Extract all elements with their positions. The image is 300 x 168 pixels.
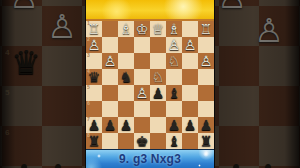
square-f8[interactable]	[118, 133, 134, 149]
square-a5[interactable]	[198, 85, 214, 101]
square-c5[interactable]: ♝	[166, 85, 182, 101]
white-pawn-piece[interactable]: ♙	[102, 53, 118, 69]
square-c6[interactable]	[166, 101, 182, 117]
square-g2[interactable]	[102, 37, 118, 53]
black-bishop-piece[interactable]: ♝	[166, 85, 182, 101]
sparkle-dot	[203, 151, 209, 157]
square-f2[interactable]	[118, 37, 134, 53]
square-g3[interactable]: ♙	[102, 53, 118, 69]
square-e4[interactable]	[134, 69, 150, 85]
top-ad-banner[interactable]	[86, 0, 214, 21]
square-a7[interactable]: ♟	[198, 117, 214, 133]
right-blur-panel: ♙♙♟♟	[214, 0, 300, 168]
square-f5[interactable]	[118, 85, 134, 101]
right-vignette	[215, 0, 300, 168]
black-pawn-piece[interactable]: ♟	[198, 117, 214, 133]
white-pawn-piece[interactable]: ♙	[134, 85, 150, 101]
rank-label: 7	[87, 116, 90, 122]
black-pawn-piece[interactable]: ♟	[102, 117, 118, 133]
square-f3[interactable]	[118, 53, 134, 69]
sparkle-dot	[97, 154, 101, 158]
black-pawn-piece[interactable]: ♟	[118, 117, 134, 133]
square-a4[interactable]	[198, 69, 214, 85]
white-bishop-piece[interactable]: ♗	[118, 21, 134, 37]
white-knight-piece[interactable]: ♘	[150, 69, 166, 85]
square-e1[interactable]: ♔	[134, 21, 150, 37]
black-pawn-piece[interactable]: ♟	[166, 117, 182, 133]
white-pawn-piece[interactable]: ♙	[182, 37, 198, 53]
square-b4[interactable]	[182, 69, 198, 85]
square-g5[interactable]	[102, 85, 118, 101]
rank-label: 4	[87, 68, 90, 74]
white-king-piece[interactable]: ♔	[134, 21, 150, 37]
white-pawn-piece[interactable]: ♙	[166, 37, 182, 53]
square-e6[interactable]	[134, 101, 150, 117]
left-vignette	[0, 0, 85, 168]
left-blur-panel: ♙♙♛♟♟ 4567	[0, 0, 86, 168]
square-e5[interactable]: ♙	[134, 85, 150, 101]
square-d3[interactable]	[150, 53, 166, 69]
black-pawn-piece[interactable]: ♟	[182, 117, 198, 133]
square-h8[interactable]: 8♜	[86, 133, 102, 149]
white-bishop-piece[interactable]: ♗	[166, 21, 182, 37]
white-queen-piece[interactable]: ♕	[150, 21, 166, 37]
square-g7[interactable]: ♟	[102, 117, 118, 133]
square-a2[interactable]	[198, 37, 214, 53]
square-b1[interactable]	[182, 21, 198, 37]
square-e2[interactable]	[134, 37, 150, 53]
sparkle-dot	[198, 164, 201, 167]
square-b7[interactable]: ♟	[182, 117, 198, 133]
square-g4[interactable]	[102, 69, 118, 85]
square-f6[interactable]	[118, 101, 134, 117]
rank-label: 5	[87, 84, 90, 90]
square-h1[interactable]: 1♖	[86, 21, 102, 37]
white-knight-piece[interactable]: ♘	[166, 53, 182, 69]
square-h4[interactable]: 4♛	[86, 69, 102, 85]
move-caption-bar: 9. g3 Nxg3	[86, 149, 214, 168]
square-b8[interactable]	[182, 133, 198, 149]
square-h2[interactable]: 2♙	[86, 37, 102, 53]
square-d2[interactable]	[150, 37, 166, 53]
square-a6[interactable]	[198, 101, 214, 117]
square-e8[interactable]: ♚	[134, 133, 150, 149]
square-g8[interactable]	[102, 133, 118, 149]
square-g1[interactable]	[102, 21, 118, 37]
square-h5[interactable]: 5	[86, 85, 102, 101]
white-rook-piece[interactable]: ♖	[198, 21, 214, 37]
square-f4[interactable]: ♞	[118, 69, 134, 85]
square-h7[interactable]: 7♟	[86, 117, 102, 133]
rank-label: 8	[87, 132, 90, 138]
square-c1[interactable]: ♗	[166, 21, 182, 37]
square-d4[interactable]: ♘	[150, 69, 166, 85]
square-c8[interactable]: ♝	[166, 133, 182, 149]
square-d6[interactable]	[150, 101, 166, 117]
square-c3[interactable]: ♘	[166, 53, 182, 69]
white-pawn-piece[interactable]: ♙	[198, 53, 214, 69]
square-c2[interactable]: ♙	[166, 37, 182, 53]
black-pawn-piece[interactable]: ♟	[150, 85, 166, 101]
square-c4[interactable]	[166, 69, 182, 85]
rank-label: 6	[87, 100, 90, 106]
rank-label: 3	[87, 52, 90, 58]
black-bishop-piece[interactable]: ♝	[166, 133, 182, 149]
square-b2[interactable]: ♙	[182, 37, 198, 53]
app-view: 1♖♗♔♕♗♖2♙♙♙3♙♘♙4♛♞♘5♙♟♝67♟♟♟♟♟♟8♜♚♝♜ 9. …	[86, 0, 214, 168]
square-b3[interactable]	[182, 53, 198, 69]
square-a8[interactable]: ♜	[198, 133, 214, 149]
chess-board: 1♖♗♔♕♗♖2♙♙♙3♙♘♙4♛♞♘5♙♟♝67♟♟♟♟♟♟8♜♚♝♜	[86, 21, 214, 149]
black-knight-piece[interactable]: ♞	[118, 69, 134, 85]
black-king-piece[interactable]: ♚	[134, 133, 150, 149]
square-d5[interactable]: ♟	[150, 85, 166, 101]
square-h3[interactable]: 3	[86, 53, 102, 69]
square-g6[interactable]	[102, 101, 118, 117]
rank-label: 1	[87, 20, 90, 26]
square-c7[interactable]: ♟	[166, 117, 182, 133]
square-b6[interactable]	[182, 101, 198, 117]
rank-label: 2	[87, 36, 90, 42]
square-d7[interactable]	[150, 117, 166, 133]
square-f7[interactable]: ♟	[118, 117, 134, 133]
square-e3[interactable]	[134, 53, 150, 69]
square-d8[interactable]	[150, 133, 166, 149]
move-caption-text: 9. g3 Nxg3	[119, 152, 181, 166]
black-rook-piece[interactable]: ♜	[198, 133, 214, 149]
square-a1[interactable]: ♖	[198, 21, 214, 37]
square-a3[interactable]: ♙	[198, 53, 214, 69]
square-f1[interactable]: ♗	[118, 21, 134, 37]
video-frame: ♙♙♛♟♟ 4567 ♙♙♟♟ 1♖♗♔♕♗♖2♙♙♙3♙♘♙4♛♞♘5♙♟♝6…	[0, 0, 300, 168]
square-e7[interactable]	[134, 117, 150, 133]
square-h6[interactable]: 6	[86, 101, 102, 117]
square-d1[interactable]: ♕	[150, 21, 166, 37]
square-b5[interactable]	[182, 85, 198, 101]
